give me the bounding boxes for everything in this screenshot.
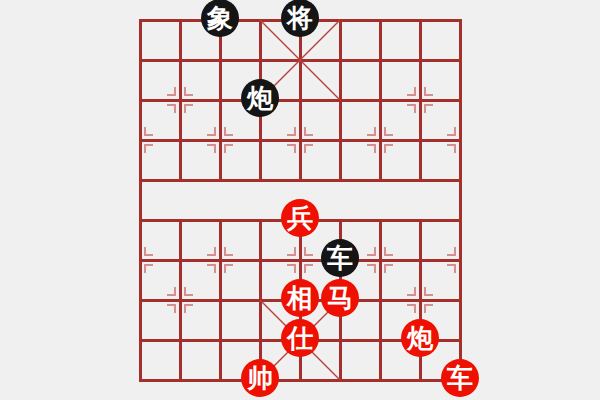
piece-black-elephant[interactable]: 象 xyxy=(201,0,239,37)
piece-red-general[interactable]: 帅 xyxy=(241,359,279,397)
pieces-layer: 象将炮车兵相马仕炮帅车 xyxy=(120,0,480,400)
board-point-4-5: 兵 xyxy=(280,200,320,240)
board-point-4-0: 将 xyxy=(280,0,320,40)
board-point-5-7: 马 xyxy=(320,280,360,320)
board-point-7-8: 炮 xyxy=(400,320,440,360)
board-point-3-2: 炮 xyxy=(240,80,280,120)
board-point-4-8: 仕 xyxy=(280,320,320,360)
piece-black-chariot[interactable]: 车 xyxy=(321,239,359,277)
xiangqi-board-diagram: 象将炮车兵相马仕炮帅车 xyxy=(0,0,600,400)
piece-red-horse[interactable]: 马 xyxy=(321,279,359,317)
board-point-8-9: 车 xyxy=(440,360,480,400)
piece-red-cannon[interactable]: 炮 xyxy=(401,319,439,357)
piece-red-soldier[interactable]: 兵 xyxy=(281,199,319,237)
board-point-4-7: 相 xyxy=(280,280,320,320)
board-point-5-6: 车 xyxy=(320,240,360,280)
piece-red-advisor[interactable]: 仕 xyxy=(281,319,319,357)
board-point-2-0: 象 xyxy=(200,0,240,40)
board-point-3-9: 帅 xyxy=(240,360,280,400)
piece-red-elephant[interactable]: 相 xyxy=(281,279,319,317)
piece-black-general[interactable]: 将 xyxy=(281,0,319,37)
piece-black-cannon[interactable]: 炮 xyxy=(241,79,279,117)
piece-red-chariot[interactable]: 车 xyxy=(441,359,479,397)
